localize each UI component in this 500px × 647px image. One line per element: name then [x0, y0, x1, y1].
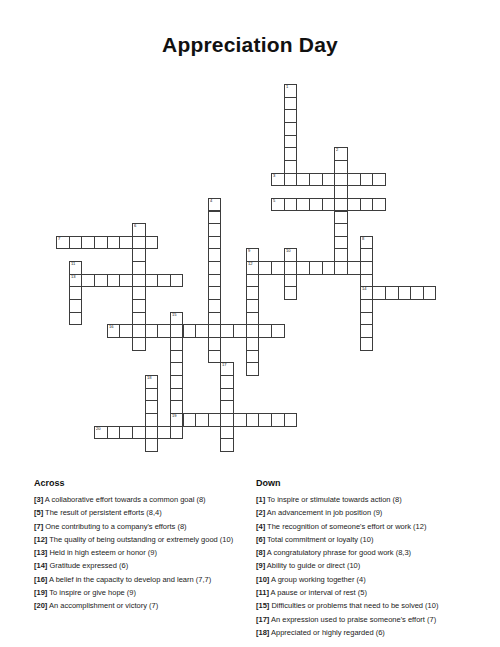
cell-number-15: 15 [172, 313, 177, 317]
cell-r7c23[interactable] [347, 173, 361, 187]
cell-r7c22[interactable] [334, 173, 348, 187]
cell-r27c4[interactable] [107, 426, 121, 440]
clue-number: [20] [34, 601, 47, 610]
cell-number-2: 2 [336, 148, 338, 152]
clue-number: [17] [256, 615, 269, 624]
cell-r16c26[interactable] [385, 286, 399, 300]
cell-r11c12[interactable] [208, 223, 222, 237]
cell-r16c27[interactable] [398, 286, 412, 300]
cell-r18c24[interactable] [360, 312, 374, 326]
cell-number-17: 17 [222, 363, 227, 367]
cell-r0c18[interactable]: 1 [284, 84, 298, 98]
cell-r27c8[interactable] [157, 426, 171, 440]
cell-number-18: 18 [147, 376, 152, 380]
cell-r14c24[interactable] [360, 261, 374, 275]
clue-down-2: [2] An advancement in job position (9) [256, 508, 492, 517]
cell-r26c17[interactable] [271, 413, 285, 427]
cell-r15c6[interactable] [132, 274, 146, 288]
cell-r19c17[interactable] [271, 324, 285, 338]
cell-r26c18[interactable] [284, 413, 298, 427]
cell-r5c22[interactable]: 2 [334, 147, 348, 161]
cell-r16c15[interactable] [246, 286, 260, 300]
cell-r4c18[interactable] [284, 135, 298, 149]
cell-r1c18[interactable] [284, 97, 298, 111]
cell-r25c9[interactable] [170, 400, 184, 414]
cell-r13c15[interactable]: 9 [246, 248, 260, 262]
cell-r19c13[interactable] [220, 324, 234, 338]
cell-r9c18[interactable] [284, 198, 298, 212]
cell-r15c7[interactable] [145, 274, 159, 288]
clue-number: [14] [34, 561, 47, 570]
cell-r23c9[interactable] [170, 375, 184, 389]
cell-r14c1[interactable]: 11 [69, 261, 83, 275]
clue-number: [19] [34, 588, 47, 597]
cell-r16c1[interactable] [69, 286, 83, 300]
cell-r26c9[interactable]: 19 [170, 413, 184, 427]
cell-r5c18[interactable] [284, 147, 298, 161]
cell-r9c12[interactable]: 4 [208, 198, 222, 212]
cell-r15c12[interactable] [208, 274, 222, 288]
cell-r17c24[interactable] [360, 299, 374, 313]
cell-r19c5[interactable] [119, 324, 133, 338]
cell-r10c22[interactable] [334, 211, 348, 225]
cell-r13c18[interactable]: 10 [284, 248, 298, 262]
clue-number: [8] [256, 548, 265, 557]
cell-number-8: 8 [362, 237, 364, 241]
cell-r20c6[interactable] [132, 337, 146, 351]
cell-number-5: 5 [273, 199, 275, 203]
cell-r12c6[interactable] [132, 236, 146, 250]
cell-r12c4[interactable] [107, 236, 121, 250]
cell-r14c17[interactable] [271, 261, 285, 275]
clue-number: [3] [34, 495, 43, 504]
cell-r19c16[interactable] [258, 324, 272, 338]
clue-number: [10] [256, 575, 269, 584]
cell-r11c6[interactable]: 6 [132, 223, 146, 237]
cell-r7c25[interactable] [372, 173, 386, 187]
cell-r18c9[interactable]: 15 [170, 312, 184, 326]
cell-r15c3[interactable] [94, 274, 108, 288]
cell-r14c16[interactable] [258, 261, 272, 275]
cell-r25c13[interactable] [220, 400, 234, 414]
cell-r14c21[interactable] [322, 261, 336, 275]
cell-number-11: 11 [71, 262, 75, 266]
cell-r8c22[interactable] [334, 185, 348, 199]
cell-r15c24[interactable] [360, 274, 374, 288]
down-clue-list: [1] To inspire or stimulate towards acti… [256, 495, 492, 637]
clue-number: [7] [34, 522, 43, 531]
cell-r16c29[interactable] [423, 286, 437, 300]
cell-r9c25[interactable] [372, 198, 386, 212]
cell-r19c7[interactable] [145, 324, 159, 338]
cell-r17c1[interactable] [69, 299, 83, 313]
cell-r9c21[interactable] [322, 198, 336, 212]
cell-r18c15[interactable] [246, 312, 260, 326]
cell-r13c22[interactable] [334, 248, 348, 262]
cell-r20c15[interactable] [246, 337, 260, 351]
cell-r27c13[interactable] [220, 426, 234, 440]
clue-number: [15] [256, 601, 269, 610]
cell-r27c3[interactable]: 20 [94, 426, 108, 440]
cell-r11c22[interactable] [334, 223, 348, 237]
clue-across-7: [7] One contributing to a company's effo… [34, 522, 248, 531]
cell-r2c18[interactable] [284, 109, 298, 123]
clue-down-4: [4] The recognition of someone's effort … [256, 522, 492, 531]
cell-r7c17[interactable]: 3 [271, 173, 285, 187]
clue-across-16: [16] A belief in the capacity to develop… [34, 575, 248, 584]
cell-r15c4[interactable] [107, 274, 121, 288]
cell-r28c13[interactable] [220, 438, 234, 452]
cell-r16c25[interactable] [372, 286, 386, 300]
cell-number-20: 20 [96, 427, 101, 431]
cell-r3c18[interactable] [284, 122, 298, 136]
down-heading: Down [256, 478, 492, 488]
cell-r27c9[interactable] [170, 426, 184, 440]
cell-r26c10[interactable] [183, 413, 197, 427]
clue-number: [1] [256, 495, 265, 504]
cell-r15c9[interactable] [170, 274, 184, 288]
cell-r15c8[interactable] [157, 274, 171, 288]
cell-r26c15[interactable] [246, 413, 260, 427]
cell-r15c2[interactable] [81, 274, 95, 288]
cell-number-13: 13 [71, 275, 76, 279]
cell-r7c18[interactable] [284, 173, 298, 187]
clue-number: [4] [256, 522, 265, 531]
cell-r20c24[interactable] [360, 337, 374, 351]
cell-number-12: 12 [248, 262, 253, 266]
cell-r24c13[interactable] [220, 388, 234, 402]
cell-r22c13[interactable]: 17 [220, 362, 234, 376]
cell-r26c7[interactable] [145, 413, 159, 427]
cell-r28c7[interactable] [145, 438, 159, 452]
cell-r24c7[interactable] [145, 388, 159, 402]
cell-r12c12[interactable] [208, 236, 222, 250]
crossword-page: Appreciation Day 12345678910111213141516… [0, 0, 500, 647]
cell-r19c24[interactable] [360, 324, 374, 338]
cell-r22c15[interactable] [246, 362, 260, 376]
cell-r27c7[interactable] [145, 426, 159, 440]
cell-r19c11[interactable] [195, 324, 209, 338]
cell-r14c23[interactable] [347, 261, 361, 275]
cell-r19c15[interactable] [246, 324, 260, 338]
cell-r20c12[interactable] [208, 337, 222, 351]
cell-number-19: 19 [172, 414, 177, 418]
down-clues-section: Down [1] To inspire or stimulate towards… [256, 478, 492, 641]
cell-r9c24[interactable] [360, 198, 374, 212]
cell-r7c24[interactable] [360, 173, 374, 187]
cell-r26c11[interactable] [195, 413, 209, 427]
cell-r26c14[interactable] [233, 413, 247, 427]
cell-r19c8[interactable] [157, 324, 171, 338]
cell-r23c13[interactable] [220, 375, 234, 389]
cell-r15c15[interactable] [246, 274, 260, 288]
cell-r27c5[interactable] [119, 426, 133, 440]
cell-r17c15[interactable] [246, 299, 260, 313]
clue-across-12: [12] The quality of being outstanding or… [34, 535, 248, 544]
cell-r18c12[interactable] [208, 312, 222, 326]
clue-across-14: [14] Gratitude expressed (6) [34, 561, 248, 570]
cell-r17c12[interactable] [208, 299, 222, 313]
cell-r21c9[interactable] [170, 350, 184, 364]
cell-r16c24[interactable]: 14 [360, 286, 374, 300]
clue-number: [6] [256, 535, 265, 544]
cell-number-6: 6 [134, 224, 136, 228]
cell-r14c12[interactable] [208, 261, 222, 275]
cell-r14c19[interactable] [296, 261, 310, 275]
clue-down-11: [11] A pause or interval of rest (5) [256, 588, 492, 597]
cell-r19c14[interactable] [233, 324, 247, 338]
cell-r12c2[interactable] [81, 236, 95, 250]
clue-across-20: [20] An accomplishment or victory (7) [34, 601, 248, 610]
cell-r7c21[interactable] [322, 173, 336, 187]
clue-down-10: [10] A group working together (4) [256, 575, 492, 584]
cell-number-10: 10 [286, 249, 291, 253]
cell-r7c19[interactable] [296, 173, 310, 187]
clue-number: [12] [34, 535, 47, 544]
cell-r12c1[interactable] [69, 236, 83, 250]
clue-across-13: [13] Held in high esteem or honor (9) [34, 548, 248, 557]
clue-number: [9] [256, 561, 265, 570]
clue-across-3: [3] A collaborative effort towards a com… [34, 495, 248, 504]
cell-r9c20[interactable] [309, 198, 323, 212]
cell-r26c12[interactable] [208, 413, 222, 427]
cell-r10c12[interactable] [208, 211, 222, 225]
cell-r26c16[interactable] [258, 413, 272, 427]
cell-r6c22[interactable] [334, 160, 348, 174]
cell-r23c7[interactable]: 18 [145, 375, 159, 389]
cell-r16c12[interactable] [208, 286, 222, 300]
clue-down-1: [1] To inspire or stimulate towards acti… [256, 495, 492, 504]
cell-r14c6[interactable] [132, 261, 146, 275]
cell-number-3: 3 [273, 174, 275, 178]
cell-number-1: 1 [286, 85, 288, 89]
cell-r9c22[interactable] [334, 198, 348, 212]
clue-down-8: [8] A congratulatory phrase for good wor… [256, 548, 492, 557]
clue-down-18: [18] Appreciated or highly regarded (6) [256, 628, 492, 637]
cell-r17c6[interactable] [132, 299, 146, 313]
cell-number-4: 4 [210, 199, 212, 203]
clue-down-9: [9] Ability to guide or direct (10) [256, 561, 492, 570]
cell-r19c12[interactable] [208, 324, 222, 338]
clue-across-5: [5] The result of persistent efforts (8,… [34, 508, 248, 517]
cell-r14c18[interactable] [284, 261, 298, 275]
cell-r20c9[interactable] [170, 337, 184, 351]
cell-r19c10[interactable] [183, 324, 197, 338]
cell-r16c28[interactable] [410, 286, 424, 300]
cell-number-7: 7 [58, 237, 60, 241]
cell-r14c20[interactable] [309, 261, 323, 275]
cell-r25c7[interactable] [145, 400, 159, 414]
cell-r12c5[interactable] [119, 236, 133, 250]
cell-r14c15[interactable]: 12 [246, 261, 260, 275]
cell-r13c12[interactable] [208, 248, 222, 262]
clue-number: [2] [256, 508, 265, 517]
clue-across-19: [19] To inspire or give hope (9) [34, 588, 248, 597]
cell-r21c15[interactable] [246, 350, 260, 364]
across-heading: Across [34, 478, 248, 488]
cell-r16c6[interactable] [132, 286, 146, 300]
cell-number-14: 14 [362, 287, 367, 291]
cell-r22c9[interactable] [170, 362, 184, 376]
cell-r13c24[interactable] [360, 248, 374, 262]
cell-r12c22[interactable] [334, 236, 348, 250]
cell-r15c5[interactable] [119, 274, 133, 288]
cell-r21c12[interactable] [208, 350, 222, 364]
clue-number: [13] [34, 548, 47, 557]
across-clues-section: Across [3] A collaborative effort toward… [34, 478, 248, 615]
across-clue-list: [3] A collaborative effort towards a com… [34, 495, 248, 611]
cell-r12c7[interactable] [145, 236, 159, 250]
cell-r12c0[interactable]: 7 [56, 236, 70, 250]
clue-down-17: [17] An expression used to praise someon… [256, 615, 492, 624]
puzzle-title: Appreciation Day [0, 33, 500, 57]
cell-r15c18[interactable] [284, 274, 298, 288]
clue-number: [5] [34, 508, 43, 517]
clue-number: [18] [256, 628, 269, 637]
cell-r19c6[interactable] [132, 324, 146, 338]
cell-r9c17[interactable]: 5 [271, 198, 285, 212]
cell-r18c1[interactable] [69, 312, 83, 326]
clue-down-15: [15] Difficulties or problems that need … [256, 601, 492, 610]
cell-r14c22[interactable] [334, 261, 348, 275]
cell-number-16: 16 [109, 325, 114, 329]
clue-number: [11] [256, 588, 269, 597]
cell-r18c6[interactable] [132, 312, 146, 326]
cell-r26c13[interactable] [220, 413, 234, 427]
cell-r12c3[interactable] [94, 236, 108, 250]
cell-r12c24[interactable]: 8 [360, 236, 374, 250]
cell-r19c4[interactable]: 16 [107, 324, 121, 338]
clue-number: [16] [34, 575, 47, 584]
cell-r19c9[interactable] [170, 324, 184, 338]
cell-number-9: 9 [248, 249, 250, 253]
cell-r6c18[interactable] [284, 160, 298, 174]
cell-r13c6[interactable] [132, 248, 146, 262]
cell-r9c23[interactable] [347, 198, 361, 212]
cell-r27c6[interactable] [132, 426, 146, 440]
cell-r24c9[interactable] [170, 388, 184, 402]
clue-down-6: [6] Total commitment or loyalty (10) [256, 535, 492, 544]
cell-r15c1[interactable]: 13 [69, 274, 83, 288]
cell-r7c20[interactable] [309, 173, 323, 187]
cell-r16c18[interactable] [284, 286, 298, 300]
cell-r9c19[interactable] [296, 198, 310, 212]
